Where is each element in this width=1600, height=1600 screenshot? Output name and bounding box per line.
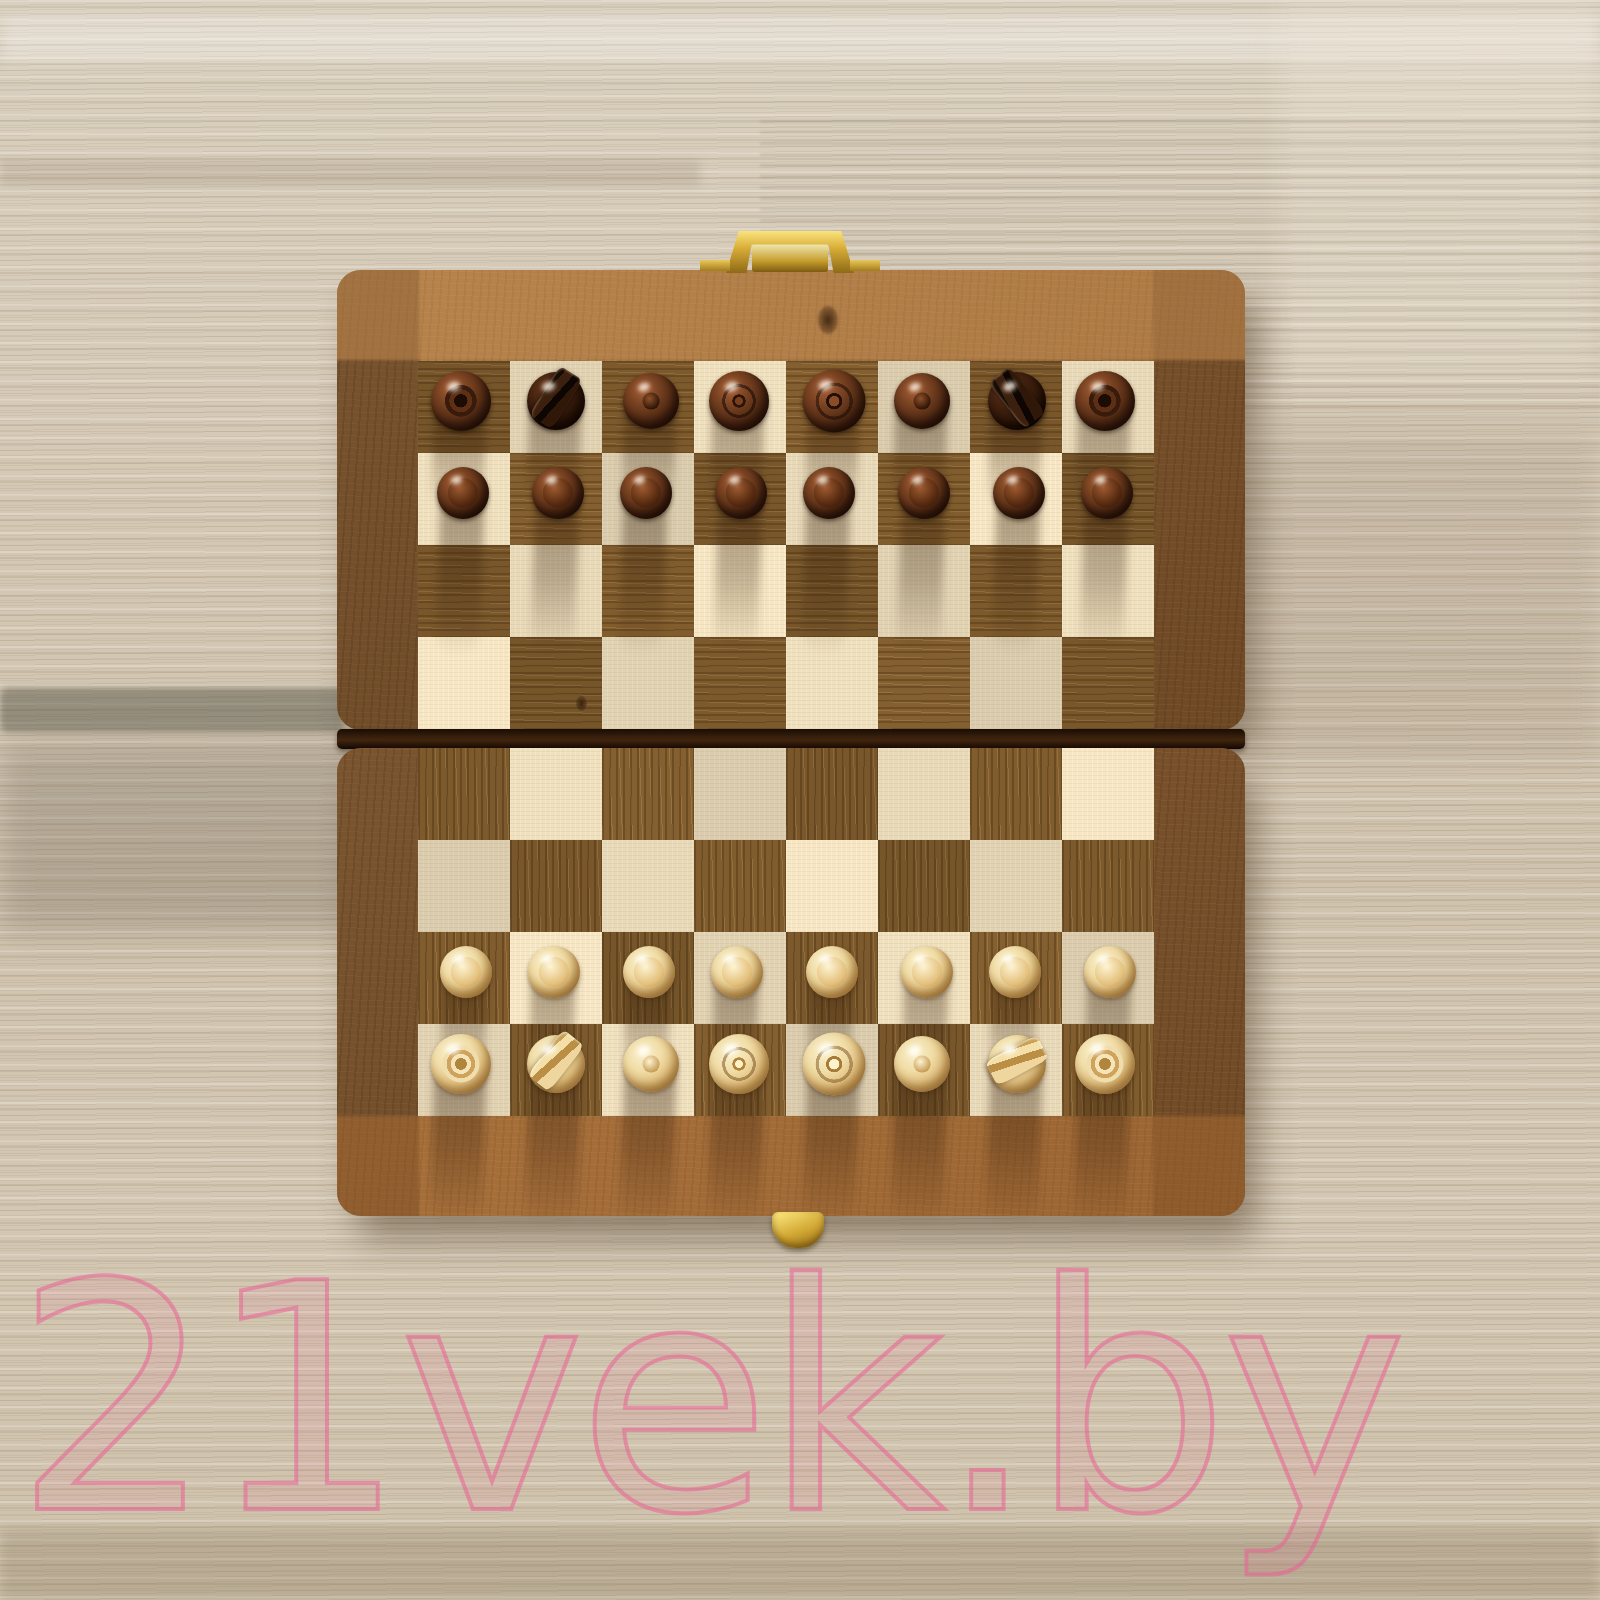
square-a7: [418, 453, 510, 545]
square-e8: [786, 361, 878, 453]
square-b3: [510, 840, 602, 932]
square-a8: [418, 361, 510, 453]
square-f5: [878, 637, 970, 729]
square-g6: [970, 545, 1062, 637]
square-h1: [1062, 1024, 1154, 1116]
square-f7: [878, 453, 970, 545]
square-f6: [878, 545, 970, 637]
square-c3: [602, 840, 694, 932]
square-c4: [602, 748, 694, 840]
square-a3: [418, 840, 510, 932]
square-d5: [694, 637, 786, 729]
square-a5: [418, 637, 510, 729]
square-e2: [786, 932, 878, 1024]
square-b1: [510, 1024, 602, 1116]
square-g7: [970, 453, 1062, 545]
square-b6: [510, 545, 602, 637]
wood-knot: [576, 696, 587, 711]
square-c8: [602, 361, 694, 453]
square-b2: [510, 932, 602, 1024]
square-f3: [878, 840, 970, 932]
square-c6: [602, 545, 694, 637]
square-c1: [602, 1024, 694, 1116]
square-f2: [878, 932, 970, 1024]
square-c2: [602, 932, 694, 1024]
square-e5: [786, 637, 878, 729]
square-h6: [1062, 545, 1154, 637]
square-d3: [694, 840, 786, 932]
square-b8: [510, 361, 602, 453]
square-g3: [970, 840, 1062, 932]
square-e3: [786, 840, 878, 932]
square-g2: [970, 932, 1062, 1024]
wood-knot: [818, 306, 838, 334]
square-h7: [1062, 453, 1154, 545]
square-e7: [786, 453, 878, 545]
square-h4: [1062, 748, 1154, 840]
square-h3: [1062, 840, 1154, 932]
square-d4: [694, 748, 786, 840]
square-d2: [694, 932, 786, 1024]
square-b7: [510, 453, 602, 545]
square-a6: [418, 545, 510, 637]
brass-clasp-foot-right: [850, 260, 880, 271]
square-e1: [786, 1024, 878, 1116]
square-a4: [418, 748, 510, 840]
square-a2: [418, 932, 510, 1024]
square-b5: [510, 637, 602, 729]
square-b4: [510, 748, 602, 840]
square-f1: [878, 1024, 970, 1116]
square-d1: [694, 1024, 786, 1116]
square-g8: [970, 361, 1062, 453]
square-d8: [694, 361, 786, 453]
square-h5: [1062, 637, 1154, 729]
square-g5: [970, 637, 1062, 729]
square-f4: [878, 748, 970, 840]
brass-clasp-foot-left: [700, 260, 730, 271]
square-d7: [694, 453, 786, 545]
square-c5: [602, 637, 694, 729]
square-g1: [970, 1024, 1062, 1116]
square-a1: [418, 1024, 510, 1116]
square-d6: [694, 545, 786, 637]
square-h8: [1062, 361, 1154, 453]
square-h2: [1062, 932, 1154, 1024]
photo-stage: 21vek.by: [0, 0, 1600, 1600]
square-f8: [878, 361, 970, 453]
square-g4: [970, 748, 1062, 840]
square-e4: [786, 748, 878, 840]
square-e6: [786, 545, 878, 637]
square-c7: [602, 453, 694, 545]
